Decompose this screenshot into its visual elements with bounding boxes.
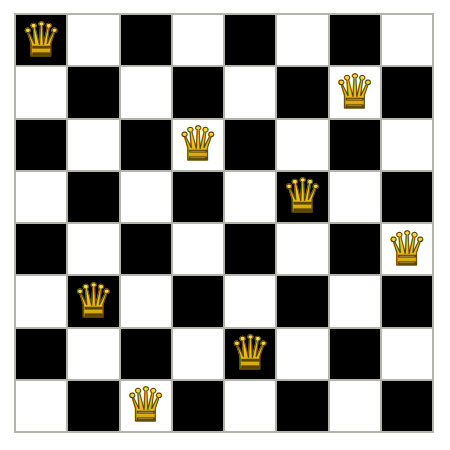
square-b5[interactable] — [68, 172, 118, 222]
queen-piece: ♛ — [229, 329, 271, 376]
queen-piece: ♛ — [125, 381, 167, 428]
square-g3[interactable] — [330, 276, 380, 326]
square-b8[interactable] — [68, 15, 118, 65]
square-h4[interactable]: ♛ — [382, 224, 432, 274]
square-d3[interactable] — [173, 276, 223, 326]
queen-piece: ♛ — [72, 277, 114, 324]
square-f7[interactable] — [277, 67, 327, 117]
queen-piece: ♛ — [177, 120, 219, 167]
square-h6[interactable] — [382, 120, 432, 170]
square-d5[interactable] — [173, 172, 223, 222]
square-c4[interactable] — [121, 224, 171, 274]
square-f1[interactable] — [277, 381, 327, 431]
page: ♛♛♛♛♛♛♛♛ — [0, 0, 450, 450]
square-a8[interactable]: ♛ — [16, 15, 66, 65]
square-c6[interactable] — [121, 120, 171, 170]
square-g4[interactable] — [330, 224, 380, 274]
square-f8[interactable] — [277, 15, 327, 65]
square-a3[interactable] — [16, 276, 66, 326]
square-e8[interactable] — [225, 15, 275, 65]
square-b4[interactable] — [68, 224, 118, 274]
square-h7[interactable] — [382, 67, 432, 117]
square-c8[interactable] — [121, 15, 171, 65]
square-b1[interactable] — [68, 381, 118, 431]
square-g1[interactable] — [330, 381, 380, 431]
square-c1[interactable]: ♛ — [121, 381, 171, 431]
square-e7[interactable] — [225, 67, 275, 117]
square-e5[interactable] — [225, 172, 275, 222]
square-f6[interactable] — [277, 120, 327, 170]
square-a6[interactable] — [16, 120, 66, 170]
queen-piece: ♛ — [20, 16, 62, 63]
square-b3[interactable]: ♛ — [68, 276, 118, 326]
square-e2[interactable]: ♛ — [225, 329, 275, 379]
square-e1[interactable] — [225, 381, 275, 431]
square-b7[interactable] — [68, 67, 118, 117]
square-g6[interactable] — [330, 120, 380, 170]
square-a4[interactable] — [16, 224, 66, 274]
queen-piece: ♛ — [334, 68, 376, 115]
square-d2[interactable] — [173, 329, 223, 379]
queen-piece: ♛ — [281, 172, 323, 219]
square-a5[interactable] — [16, 172, 66, 222]
square-a7[interactable] — [16, 67, 66, 117]
square-g8[interactable] — [330, 15, 380, 65]
square-e6[interactable] — [225, 120, 275, 170]
square-a2[interactable] — [16, 329, 66, 379]
square-c5[interactable] — [121, 172, 171, 222]
square-d6[interactable]: ♛ — [173, 120, 223, 170]
square-d8[interactable] — [173, 15, 223, 65]
square-f3[interactable] — [277, 276, 327, 326]
square-d7[interactable] — [173, 67, 223, 117]
square-f5[interactable]: ♛ — [277, 172, 327, 222]
square-g2[interactable] — [330, 329, 380, 379]
square-f2[interactable] — [277, 329, 327, 379]
square-e3[interactable] — [225, 276, 275, 326]
queen-piece: ♛ — [386, 225, 428, 272]
square-d1[interactable] — [173, 381, 223, 431]
square-d4[interactable] — [173, 224, 223, 274]
square-b2[interactable] — [68, 329, 118, 379]
square-f4[interactable] — [277, 224, 327, 274]
square-h2[interactable] — [382, 329, 432, 379]
square-h5[interactable] — [382, 172, 432, 222]
chess-board: ♛♛♛♛♛♛♛♛ — [14, 13, 434, 433]
square-g7[interactable]: ♛ — [330, 67, 380, 117]
square-h1[interactable] — [382, 381, 432, 431]
square-h3[interactable] — [382, 276, 432, 326]
square-b6[interactable] — [68, 120, 118, 170]
square-c3[interactable] — [121, 276, 171, 326]
square-c7[interactable] — [121, 67, 171, 117]
square-h8[interactable] — [382, 15, 432, 65]
square-e4[interactable] — [225, 224, 275, 274]
square-a1[interactable] — [16, 381, 66, 431]
square-c2[interactable] — [121, 329, 171, 379]
square-g5[interactable] — [330, 172, 380, 222]
